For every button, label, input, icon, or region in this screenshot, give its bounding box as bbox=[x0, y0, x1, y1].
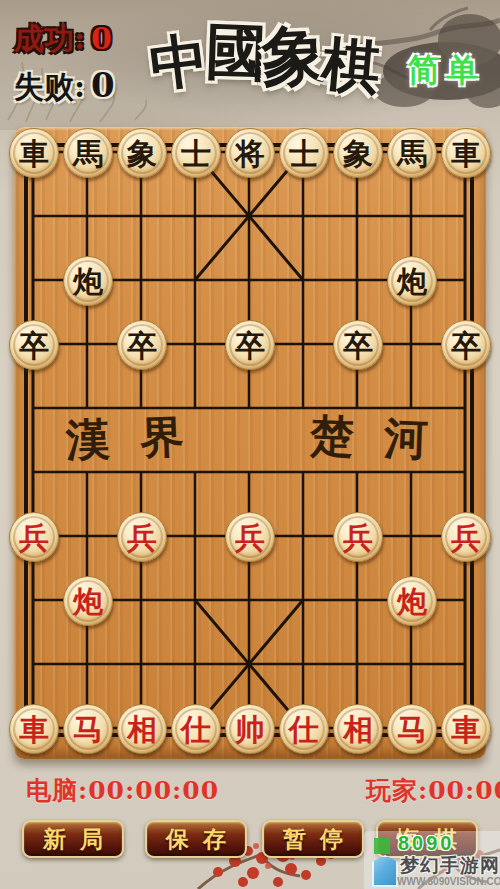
piece-character: 馬 bbox=[64, 129, 112, 177]
piece-black[interactable]: 炮 bbox=[387, 256, 437, 306]
piece-red[interactable]: 相 bbox=[333, 704, 383, 754]
piece-red[interactable]: 马 bbox=[63, 704, 113, 754]
piece-red[interactable]: 車 bbox=[9, 704, 59, 754]
piece-character: 車 bbox=[10, 705, 58, 753]
piece-character: 卒 bbox=[334, 321, 382, 369]
piece-red[interactable]: 相 bbox=[117, 704, 167, 754]
piece-red[interactable]: 兵 bbox=[117, 512, 167, 562]
piece-black[interactable]: 将 bbox=[225, 128, 275, 178]
success-value: 0 bbox=[91, 21, 112, 56]
piece-character: 兵 bbox=[334, 513, 382, 561]
piece-black[interactable]: 卒 bbox=[441, 320, 491, 370]
piece-character: 帅 bbox=[226, 705, 274, 753]
computer-timer: 电脑:00:00:00 bbox=[26, 774, 219, 807]
title-character: 國 bbox=[204, 11, 268, 95]
piece-character: 卒 bbox=[442, 321, 490, 369]
piece-black[interactable]: 卒 bbox=[117, 320, 167, 370]
piece-red[interactable]: 帅 bbox=[225, 704, 275, 754]
player-timer: 玩家:00:00:04 bbox=[366, 774, 500, 807]
piece-black[interactable]: 馬 bbox=[387, 128, 437, 178]
piece-character: 馬 bbox=[388, 129, 436, 177]
piece-character: 兵 bbox=[118, 513, 166, 561]
piece-character: 将 bbox=[226, 129, 274, 177]
piece-character: 卒 bbox=[226, 321, 274, 369]
watermark-url: WWW.8090VISION.COM bbox=[397, 876, 500, 887]
watermark: 8090 梦幻手游网 WWW.8090VISION.COM bbox=[366, 833, 500, 889]
piece-black[interactable]: 卒 bbox=[225, 320, 275, 370]
piece-red[interactable]: 兵 bbox=[9, 512, 59, 562]
score-panel: 成功:0 失败:0 bbox=[14, 16, 115, 108]
piece-character: 士 bbox=[172, 129, 220, 177]
piece-character: 卒 bbox=[118, 321, 166, 369]
success-label: 成功: bbox=[14, 21, 85, 56]
fail-counter: 失败:0 bbox=[14, 62, 115, 108]
piece-black[interactable]: 士 bbox=[171, 128, 221, 178]
piece-red[interactable]: 仕 bbox=[279, 704, 329, 754]
piece-character: 象 bbox=[118, 129, 166, 177]
piece-red[interactable]: 仕 bbox=[171, 704, 221, 754]
piece-character: 車 bbox=[442, 705, 490, 753]
difficulty-button[interactable]: 简单 bbox=[398, 46, 494, 94]
success-counter: 成功:0 bbox=[14, 16, 115, 62]
piece-character: 士 bbox=[280, 129, 328, 177]
fail-label: 失败: bbox=[14, 69, 85, 104]
river-text-left: 漢界 bbox=[65, 406, 215, 470]
piece-black[interactable]: 象 bbox=[117, 128, 167, 178]
piece-character: 炮 bbox=[64, 257, 112, 305]
piece-red[interactable]: 兵 bbox=[225, 512, 275, 562]
title-character: 棋 bbox=[319, 26, 384, 109]
river-text-right: 楚河 bbox=[309, 406, 459, 470]
piece-character: 卒 bbox=[10, 321, 58, 369]
piece-black[interactable]: 士 bbox=[279, 128, 329, 178]
piece-character: 相 bbox=[334, 705, 382, 753]
piece-character: 兵 bbox=[226, 513, 274, 561]
piece-character: 仕 bbox=[172, 705, 220, 753]
piece-red[interactable]: 马 bbox=[387, 704, 437, 754]
piece-character: 炮 bbox=[388, 577, 436, 625]
pause-button[interactable]: 暂停 bbox=[262, 820, 364, 858]
piece-red[interactable]: 車 bbox=[441, 704, 491, 754]
piece-black[interactable]: 車 bbox=[9, 128, 59, 178]
piece-character: 車 bbox=[442, 129, 490, 177]
piece-character: 兵 bbox=[442, 513, 490, 561]
game-title: 中國象棋 bbox=[140, 16, 390, 116]
title-character: 象 bbox=[259, 12, 328, 103]
title-character: 中 bbox=[145, 21, 212, 105]
piece-black[interactable]: 炮 bbox=[63, 256, 113, 306]
piece-character: 炮 bbox=[388, 257, 436, 305]
piece-black[interactable]: 車 bbox=[441, 128, 491, 178]
watermark-number: 8090 bbox=[398, 832, 455, 855]
piece-character: 仕 bbox=[280, 705, 328, 753]
piece-character: 马 bbox=[64, 705, 112, 753]
piece-red[interactable]: 炮 bbox=[387, 576, 437, 626]
piece-red[interactable]: 兵 bbox=[333, 512, 383, 562]
piece-black[interactable]: 馬 bbox=[63, 128, 113, 178]
piece-character: 象 bbox=[334, 129, 382, 177]
piece-black[interactable]: 象 bbox=[333, 128, 383, 178]
piece-character: 马 bbox=[388, 705, 436, 753]
fail-value: 0 bbox=[91, 65, 115, 105]
save-button[interactable]: 保存 bbox=[145, 820, 247, 858]
xiangqi-board[interactable]: 漢界 楚河 車馬象士将士象馬車炮炮卒卒卒卒卒兵兵兵兵兵炮炮車马相仕帅仕相马車 bbox=[14, 127, 486, 759]
piece-character: 車 bbox=[10, 129, 58, 177]
new-game-button[interactable]: 新局 bbox=[22, 820, 124, 858]
piece-red[interactable]: 兵 bbox=[441, 512, 491, 562]
piece-character: 兵 bbox=[10, 513, 58, 561]
piece-character: 炮 bbox=[64, 577, 112, 625]
piece-red[interactable]: 炮 bbox=[63, 576, 113, 626]
xiangqi-app: 成功:0 失败:0 中國象棋 简单 漢界 楚河 車馬象士将士象馬車炮炮卒卒卒卒卒… bbox=[0, 0, 500, 889]
piece-character: 相 bbox=[118, 705, 166, 753]
watermark-green-block bbox=[374, 838, 390, 854]
piece-black[interactable]: 卒 bbox=[333, 320, 383, 370]
piece-black[interactable]: 卒 bbox=[9, 320, 59, 370]
